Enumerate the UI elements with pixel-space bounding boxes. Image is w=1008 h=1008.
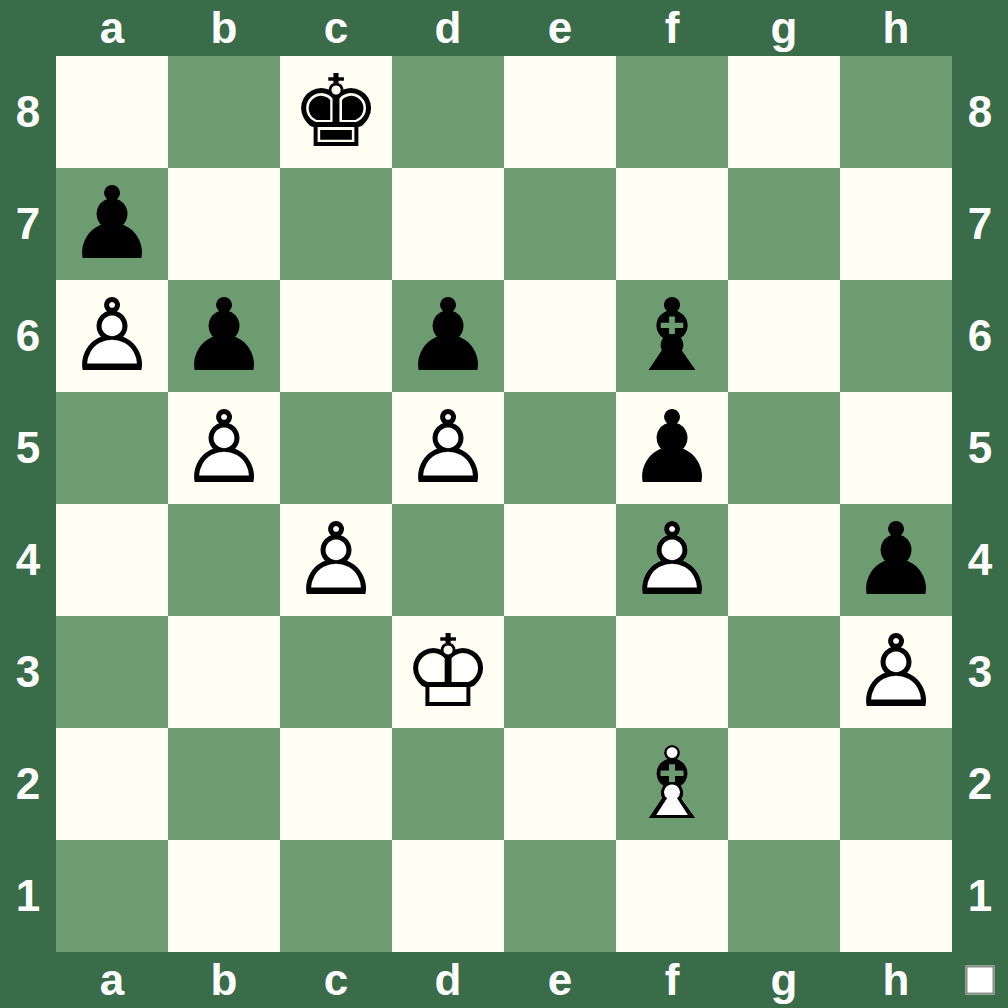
square-c8[interactable]: ♚ [280,56,392,168]
square-d6[interactable]: ♟ [392,280,504,392]
piece-black-h4: ♟ [840,504,952,616]
square-f7[interactable] [616,168,728,280]
piece-black-a7: ♟ [56,168,168,280]
file-label-bottom-h: h [840,952,952,1008]
square-a1[interactable] [56,840,168,952]
square-f1[interactable] [616,840,728,952]
square-a7[interactable]: ♟ [56,168,168,280]
square-g1[interactable] [728,840,840,952]
square-b5[interactable]: ♟♙ [168,392,280,504]
square-h1[interactable] [840,840,952,952]
square-c4[interactable]: ♟♙ [280,504,392,616]
square-d8[interactable] [392,56,504,168]
square-b1[interactable] [168,840,280,952]
square-e3[interactable] [504,616,616,728]
square-b3[interactable] [168,616,280,728]
square-g4[interactable] [728,504,840,616]
square-a6[interactable]: ♟♙ [56,280,168,392]
square-b6[interactable]: ♟ [168,280,280,392]
piece-white-d3: ♔ [392,616,504,728]
white-to-move-indicator [966,966,995,995]
square-e1[interactable] [504,840,616,952]
board-corner-bottom-left [0,952,56,1008]
square-h2[interactable] [840,728,952,840]
square-e4[interactable] [504,504,616,616]
file-label-top-c: c [280,0,392,56]
square-f4[interactable]: ♟♙ [616,504,728,616]
piece-white-b5: ♙ [168,392,280,504]
square-c1[interactable] [280,840,392,952]
square-h6[interactable] [840,280,952,392]
rank-label-right-4: 4 [952,504,1008,616]
square-d1[interactable] [392,840,504,952]
square-d4[interactable] [392,504,504,616]
square-b4[interactable] [168,504,280,616]
file-label-top-d: d [392,0,504,56]
square-g7[interactable] [728,168,840,280]
square-e7[interactable] [504,168,616,280]
square-a2[interactable] [56,728,168,840]
rank-label-left-1: 1 [0,840,56,952]
file-label-bottom-e: e [504,952,616,1008]
rank-label-right-3: 3 [952,616,1008,728]
square-a8[interactable] [56,56,168,168]
square-a3[interactable] [56,616,168,728]
square-c7[interactable] [280,168,392,280]
file-label-bottom-a: a [56,952,168,1008]
piece-white-f4: ♙ [616,504,728,616]
square-h8[interactable] [840,56,952,168]
file-label-top-h: h [840,0,952,56]
square-d5[interactable]: ♟♙ [392,392,504,504]
square-a5[interactable] [56,392,168,504]
file-label-bottom-d: d [392,952,504,1008]
square-a4[interactable] [56,504,168,616]
square-e8[interactable] [504,56,616,168]
file-label-bottom-f: f [616,952,728,1008]
rank-label-right-6: 6 [952,280,1008,392]
square-b2[interactable] [168,728,280,840]
rank-label-left-6: 6 [0,280,56,392]
piece-black-d6: ♟ [392,280,504,392]
rank-label-left-4: 4 [0,504,56,616]
square-f3[interactable] [616,616,728,728]
piece-white-h3: ♙ [840,616,952,728]
piece-white-a6: ♙ [56,280,168,392]
rank-label-left-5: 5 [0,392,56,504]
square-e5[interactable] [504,392,616,504]
file-label-top-a: a [56,0,168,56]
square-c5[interactable] [280,392,392,504]
square-h4[interactable]: ♟ [840,504,952,616]
piece-white-d5: ♙ [392,392,504,504]
rank-label-left-8: 8 [0,56,56,168]
rank-label-right-5: 5 [952,392,1008,504]
rank-label-right-2: 2 [952,728,1008,840]
square-g5[interactable] [728,392,840,504]
square-h7[interactable] [840,168,952,280]
board-corner-top-left [0,0,56,56]
square-e2[interactable] [504,728,616,840]
piece-black-f6: ♝ [616,280,728,392]
square-f2[interactable]: ♝♗ [616,728,728,840]
square-g6[interactable] [728,280,840,392]
square-b7[interactable] [168,168,280,280]
file-label-bottom-b: b [168,952,280,1008]
square-f5[interactable]: ♟ [616,392,728,504]
rank-label-left-7: 7 [0,168,56,280]
square-g8[interactable] [728,56,840,168]
piece-white-c4: ♙ [280,504,392,616]
square-c6[interactable] [280,280,392,392]
square-g3[interactable] [728,616,840,728]
file-label-top-f: f [616,0,728,56]
piece-white-f2: ♗ [616,728,728,840]
rank-label-right-1: 1 [952,840,1008,952]
board-corner-bottom-right [952,952,1008,1008]
piece-black-c8: ♚ [280,56,392,168]
square-g2[interactable] [728,728,840,840]
square-h3[interactable]: ♟♙ [840,616,952,728]
board-corner-top-right [952,0,1008,56]
piece-black-b6: ♟ [168,280,280,392]
square-e6[interactable] [504,280,616,392]
file-label-bottom-g: g [728,952,840,1008]
square-d2[interactable] [392,728,504,840]
square-c3[interactable] [280,616,392,728]
rank-label-left-3: 3 [0,616,56,728]
square-d3[interactable]: ♚♔ [392,616,504,728]
square-d7[interactable] [392,168,504,280]
file-label-bottom-c: c [280,952,392,1008]
square-f6[interactable]: ♝ [616,280,728,392]
rank-label-right-7: 7 [952,168,1008,280]
square-f8[interactable] [616,56,728,168]
piece-black-f5: ♟ [616,392,728,504]
rank-label-left-2: 2 [0,728,56,840]
chess-board: abcdefgh8♚87♟76♟♙♟♟♝65♟♙♟♙♟54♟♙♟♙♟43♚♔♟♙… [0,0,1008,1008]
square-h5[interactable] [840,392,952,504]
file-label-top-b: b [168,0,280,56]
file-label-top-g: g [728,0,840,56]
rank-label-right-8: 8 [952,56,1008,168]
file-label-top-e: e [504,0,616,56]
square-b8[interactable] [168,56,280,168]
square-c2[interactable] [280,728,392,840]
